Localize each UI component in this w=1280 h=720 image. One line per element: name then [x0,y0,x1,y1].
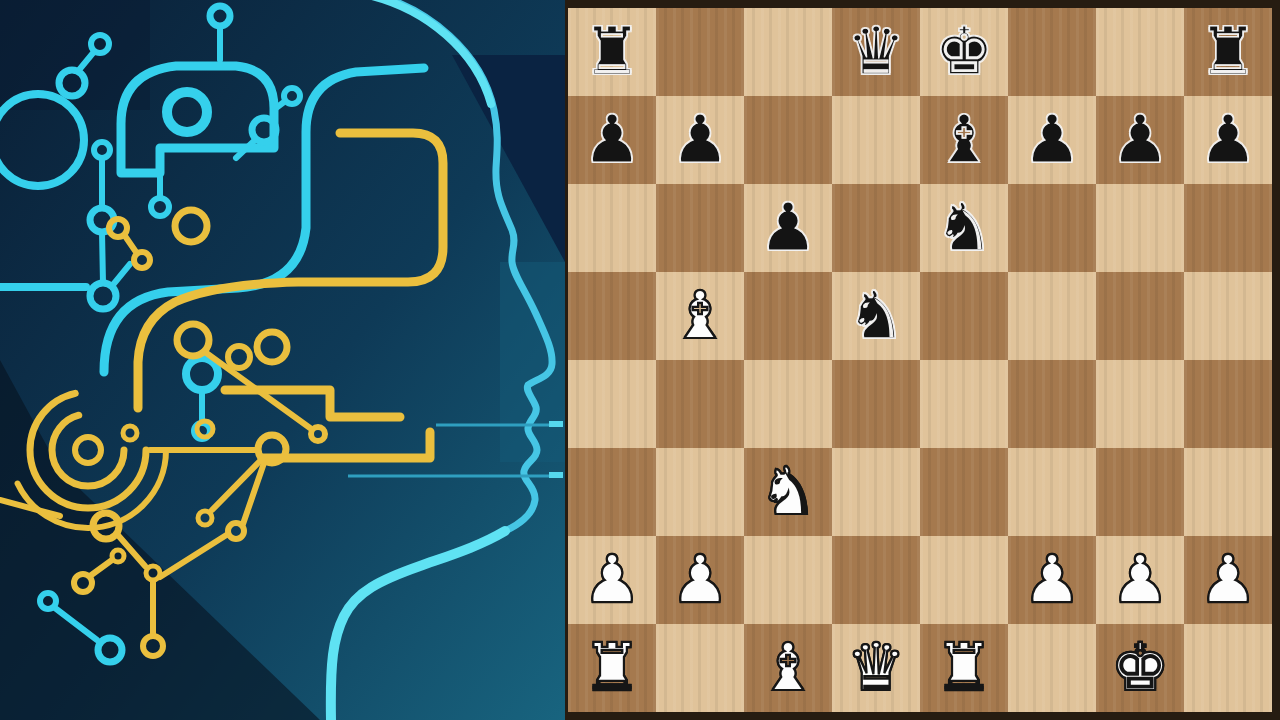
square-b5[interactable]: ♝ [656,272,744,360]
square-c2[interactable] [744,536,832,624]
square-c3[interactable]: ♞ [744,448,832,536]
square-b4[interactable] [656,360,744,448]
square-h6[interactable] [1184,184,1272,272]
square-g1[interactable]: ♚ [1096,624,1184,712]
piece-black-knight[interactable]: ♞ [920,184,1008,272]
piece-white-queen[interactable]: ♛ [832,624,920,712]
square-g7[interactable]: ♟ [1096,96,1184,184]
square-h4[interactable] [1184,360,1272,448]
chess-board-frame: ♜♛♚♜♟♟♝♟♟♟♟♞♝♞♞♟♟♟♟♟♜♝♛♜♚ [565,0,1280,720]
left-art-panel [0,0,565,720]
square-a3[interactable] [568,448,656,536]
square-a1[interactable]: ♜ [568,624,656,712]
piece-white-king[interactable]: ♚ [1096,624,1184,712]
piece-black-pawn[interactable]: ♟ [744,184,832,272]
square-f5[interactable] [1008,272,1096,360]
screenshot-root: ♜♛♚♜♟♟♝♟♟♟♟♞♝♞♞♟♟♟♟♟♜♝♛♜♚ [0,0,1280,720]
square-f6[interactable] [1008,184,1096,272]
square-b6[interactable] [656,184,744,272]
square-d6[interactable] [832,184,920,272]
square-e7[interactable]: ♝ [920,96,1008,184]
square-b2[interactable]: ♟ [656,536,744,624]
square-h7[interactable]: ♟ [1184,96,1272,184]
piece-white-bishop[interactable]: ♝ [744,624,832,712]
square-e2[interactable] [920,536,1008,624]
piece-black-pawn[interactable]: ♟ [568,96,656,184]
square-g8[interactable] [1096,8,1184,96]
python-ai-head-illustration [0,0,565,720]
square-b8[interactable] [656,8,744,96]
piece-black-pawn[interactable]: ♟ [1008,96,1096,184]
piece-black-pawn[interactable]: ♟ [1096,96,1184,184]
signal-dash-top [549,421,563,427]
square-d8[interactable]: ♛ [832,8,920,96]
square-c6[interactable]: ♟ [744,184,832,272]
piece-black-queen[interactable]: ♛ [832,8,920,96]
square-a5[interactable] [568,272,656,360]
square-c7[interactable] [744,96,832,184]
square-f4[interactable] [1008,360,1096,448]
square-c4[interactable] [744,360,832,448]
square-b7[interactable]: ♟ [656,96,744,184]
square-e6[interactable]: ♞ [920,184,1008,272]
piece-black-rook[interactable]: ♜ [1184,8,1272,96]
piece-white-pawn[interactable]: ♟ [1008,536,1096,624]
piece-black-pawn[interactable]: ♟ [1184,96,1272,184]
square-f2[interactable]: ♟ [1008,536,1096,624]
square-g6[interactable] [1096,184,1184,272]
square-d4[interactable] [832,360,920,448]
piece-black-knight[interactable]: ♞ [832,272,920,360]
piece-white-pawn[interactable]: ♟ [1184,536,1272,624]
square-a4[interactable] [568,360,656,448]
signal-dash-bottom [549,472,563,478]
square-h2[interactable]: ♟ [1184,536,1272,624]
square-d7[interactable] [832,96,920,184]
square-f7[interactable]: ♟ [1008,96,1096,184]
piece-black-rook[interactable]: ♜ [568,8,656,96]
piece-black-bishop[interactable]: ♝ [920,96,1008,184]
piece-white-pawn[interactable]: ♟ [568,536,656,624]
square-h8[interactable]: ♜ [1184,8,1272,96]
chess-board[interactable]: ♜♛♚♜♟♟♝♟♟♟♟♞♝♞♞♟♟♟♟♟♜♝♛♜♚ [568,8,1272,712]
square-g4[interactable] [1096,360,1184,448]
square-b1[interactable] [656,624,744,712]
piece-white-pawn[interactable]: ♟ [1096,536,1184,624]
piece-black-pawn[interactable]: ♟ [656,96,744,184]
square-f3[interactable] [1008,448,1096,536]
square-d2[interactable] [832,536,920,624]
square-g5[interactable] [1096,272,1184,360]
piece-white-rook[interactable]: ♜ [568,624,656,712]
square-a8[interactable]: ♜ [568,8,656,96]
square-h3[interactable] [1184,448,1272,536]
piece-white-rook[interactable]: ♜ [920,624,1008,712]
square-d5[interactable]: ♞ [832,272,920,360]
square-f8[interactable] [1008,8,1096,96]
square-a7[interactable]: ♟ [568,96,656,184]
square-c5[interactable] [744,272,832,360]
square-d3[interactable] [832,448,920,536]
square-c1[interactable]: ♝ [744,624,832,712]
square-a6[interactable] [568,184,656,272]
square-e8[interactable]: ♚ [920,8,1008,96]
square-e3[interactable] [920,448,1008,536]
piece-white-knight[interactable]: ♞ [744,448,832,536]
square-a2[interactable]: ♟ [568,536,656,624]
square-e1[interactable]: ♜ [920,624,1008,712]
piece-white-bishop[interactable]: ♝ [656,272,744,360]
piece-black-king[interactable]: ♚ [920,8,1008,96]
square-e5[interactable] [920,272,1008,360]
square-b3[interactable] [656,448,744,536]
square-d1[interactable]: ♛ [832,624,920,712]
piece-white-pawn[interactable]: ♟ [656,536,744,624]
square-h5[interactable] [1184,272,1272,360]
square-g3[interactable] [1096,448,1184,536]
square-f1[interactable] [1008,624,1096,712]
square-c8[interactable] [744,8,832,96]
square-g2[interactable]: ♟ [1096,536,1184,624]
square-h1[interactable] [1184,624,1272,712]
square-e4[interactable] [920,360,1008,448]
